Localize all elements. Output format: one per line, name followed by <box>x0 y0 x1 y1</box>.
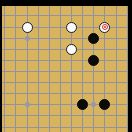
grid-line-horizontal <box>2 49 128 50</box>
grid-line-vertical <box>15 6 16 132</box>
white-stone[interactable] <box>99 22 110 33</box>
go-board[interactable] <box>2 6 128 132</box>
grid-line-horizontal <box>2 82 128 83</box>
black-stone[interactable] <box>77 99 88 110</box>
grid-line-horizontal <box>2 71 128 72</box>
grid-line-vertical <box>49 6 50 132</box>
black-stone[interactable] <box>99 99 110 110</box>
board-frame <box>0 0 132 132</box>
star-point <box>24 101 31 108</box>
star-point <box>90 101 97 108</box>
star-point <box>24 35 31 42</box>
white-stone[interactable] <box>66 44 77 55</box>
grid-line-horizontal <box>2 93 128 94</box>
grid-line-horizontal <box>2 38 128 39</box>
grid-line-horizontal <box>2 15 128 16</box>
grid-line-horizontal <box>2 115 128 116</box>
grid-line-vertical <box>127 6 128 132</box>
grid-line-horizontal <box>2 60 128 61</box>
grid-line-vertical <box>93 6 94 132</box>
grid-line-vertical <box>116 6 117 132</box>
grid-line-vertical <box>4 6 5 132</box>
black-stone[interactable] <box>88 55 99 66</box>
grid-line-vertical <box>60 6 61 132</box>
black-stone[interactable] <box>88 33 99 44</box>
grid-line-vertical <box>38 6 39 132</box>
grid-line-horizontal <box>2 127 128 128</box>
white-stone[interactable] <box>22 22 33 33</box>
white-stone[interactable] <box>66 22 77 33</box>
grid-line-vertical <box>82 6 83 132</box>
